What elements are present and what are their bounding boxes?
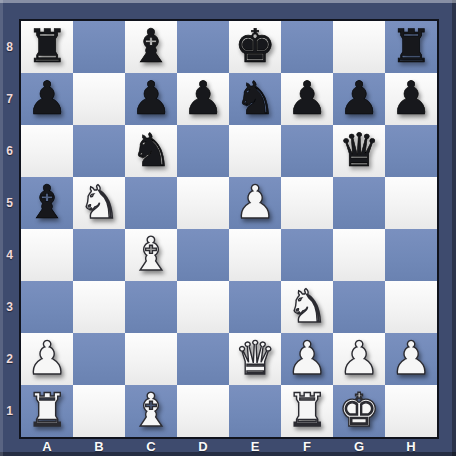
square-f6[interactable] bbox=[281, 125, 333, 177]
square-c6[interactable]: ♞ bbox=[125, 125, 177, 177]
square-g1[interactable]: ♚ bbox=[333, 385, 385, 437]
chess-board: ♜♝♚♜♟♟♟♞♟♟♟♞♛♝♞♟♝♞♟♛♟♟♟♜♝♜♚ bbox=[19, 19, 439, 439]
file-label-c: C bbox=[125, 439, 177, 456]
square-e1[interactable] bbox=[229, 385, 281, 437]
square-g8[interactable] bbox=[333, 21, 385, 73]
piece-white-pawn[interactable]: ♟ bbox=[229, 177, 281, 229]
square-e2[interactable]: ♛ bbox=[229, 333, 281, 385]
square-d6[interactable] bbox=[177, 125, 229, 177]
square-a5[interactable]: ♝ bbox=[21, 177, 73, 229]
square-h4[interactable] bbox=[385, 229, 437, 281]
rank-label-7: 7 bbox=[0, 73, 19, 125]
file-label-b: B bbox=[73, 439, 125, 456]
square-d7[interactable]: ♟ bbox=[177, 73, 229, 125]
square-d2[interactable] bbox=[177, 333, 229, 385]
square-c1[interactable]: ♝ bbox=[125, 385, 177, 437]
square-c3[interactable] bbox=[125, 281, 177, 333]
square-a7[interactable]: ♟ bbox=[21, 73, 73, 125]
square-b4[interactable] bbox=[73, 229, 125, 281]
piece-black-queen[interactable]: ♛ bbox=[333, 125, 385, 177]
square-e6[interactable] bbox=[229, 125, 281, 177]
piece-white-king[interactable]: ♚ bbox=[333, 385, 385, 437]
square-f1[interactable]: ♜ bbox=[281, 385, 333, 437]
square-b5[interactable]: ♞ bbox=[73, 177, 125, 229]
square-c4[interactable]: ♝ bbox=[125, 229, 177, 281]
rank-label-4: 4 bbox=[0, 229, 19, 281]
square-h8[interactable]: ♜ bbox=[385, 21, 437, 73]
square-f4[interactable] bbox=[281, 229, 333, 281]
piece-black-knight[interactable]: ♞ bbox=[125, 125, 177, 177]
square-d3[interactable] bbox=[177, 281, 229, 333]
square-b2[interactable] bbox=[73, 333, 125, 385]
square-c5[interactable] bbox=[125, 177, 177, 229]
piece-black-pawn[interactable]: ♟ bbox=[125, 73, 177, 125]
piece-white-bishop[interactable]: ♝ bbox=[125, 385, 177, 437]
file-label-e: E bbox=[229, 439, 281, 456]
piece-black-pawn[interactable]: ♟ bbox=[21, 73, 73, 125]
square-h1[interactable] bbox=[385, 385, 437, 437]
square-g3[interactable] bbox=[333, 281, 385, 333]
square-f8[interactable] bbox=[281, 21, 333, 73]
square-h3[interactable] bbox=[385, 281, 437, 333]
square-c7[interactable]: ♟ bbox=[125, 73, 177, 125]
square-c2[interactable] bbox=[125, 333, 177, 385]
piece-white-pawn[interactable]: ♟ bbox=[385, 333, 437, 385]
file-label-f: F bbox=[281, 439, 333, 456]
square-e5[interactable]: ♟ bbox=[229, 177, 281, 229]
square-g6[interactable]: ♛ bbox=[333, 125, 385, 177]
piece-white-knight[interactable]: ♞ bbox=[281, 281, 333, 333]
square-b6[interactable] bbox=[73, 125, 125, 177]
square-b8[interactable] bbox=[73, 21, 125, 73]
square-g7[interactable]: ♟ bbox=[333, 73, 385, 125]
rank-label-1: 1 bbox=[0, 385, 19, 437]
rank-label-2: 2 bbox=[0, 333, 19, 385]
piece-black-knight[interactable]: ♞ bbox=[229, 73, 281, 125]
square-f7[interactable]: ♟ bbox=[281, 73, 333, 125]
square-h6[interactable] bbox=[385, 125, 437, 177]
piece-black-pawn[interactable]: ♟ bbox=[385, 73, 437, 125]
piece-white-rook[interactable]: ♜ bbox=[21, 385, 73, 437]
file-label-g: G bbox=[333, 439, 385, 456]
piece-black-pawn[interactable]: ♟ bbox=[333, 73, 385, 125]
square-a4[interactable] bbox=[21, 229, 73, 281]
piece-black-bishop[interactable]: ♝ bbox=[125, 21, 177, 73]
piece-black-pawn[interactable]: ♟ bbox=[281, 73, 333, 125]
square-f3[interactable]: ♞ bbox=[281, 281, 333, 333]
file-label-a: A bbox=[21, 439, 73, 456]
square-e4[interactable] bbox=[229, 229, 281, 281]
piece-white-bishop[interactable]: ♝ bbox=[125, 229, 177, 281]
rank-label-3: 3 bbox=[0, 281, 19, 333]
square-h5[interactable] bbox=[385, 177, 437, 229]
square-a6[interactable] bbox=[21, 125, 73, 177]
chess-board-frame: ♜♝♚♜♟♟♟♞♟♟♟♞♛♝♞♟♝♞♟♛♟♟♟♜♝♜♚ 87654321 ABC… bbox=[0, 0, 456, 456]
square-g2[interactable]: ♟ bbox=[333, 333, 385, 385]
square-f2[interactable]: ♟ bbox=[281, 333, 333, 385]
square-g4[interactable] bbox=[333, 229, 385, 281]
rank-label-6: 6 bbox=[0, 125, 19, 177]
square-a2[interactable]: ♟ bbox=[21, 333, 73, 385]
piece-black-rook[interactable]: ♜ bbox=[385, 21, 437, 73]
square-a3[interactable] bbox=[21, 281, 73, 333]
piece-black-rook[interactable]: ♜ bbox=[21, 21, 73, 73]
square-a1[interactable]: ♜ bbox=[21, 385, 73, 437]
square-b7[interactable] bbox=[73, 73, 125, 125]
square-g5[interactable] bbox=[333, 177, 385, 229]
square-b1[interactable] bbox=[73, 385, 125, 437]
piece-white-rook[interactable]: ♜ bbox=[281, 385, 333, 437]
square-h2[interactable]: ♟ bbox=[385, 333, 437, 385]
square-d4[interactable] bbox=[177, 229, 229, 281]
square-e8[interactable]: ♚ bbox=[229, 21, 281, 73]
rank-label-5: 5 bbox=[0, 177, 19, 229]
piece-black-bishop[interactable]: ♝ bbox=[21, 177, 73, 229]
square-f5[interactable] bbox=[281, 177, 333, 229]
square-h7[interactable]: ♟ bbox=[385, 73, 437, 125]
square-d5[interactable] bbox=[177, 177, 229, 229]
piece-white-pawn[interactable]: ♟ bbox=[21, 333, 73, 385]
piece-black-king[interactable]: ♚ bbox=[229, 21, 281, 73]
piece-black-pawn[interactable]: ♟ bbox=[177, 73, 229, 125]
square-d1[interactable] bbox=[177, 385, 229, 437]
square-b3[interactable] bbox=[73, 281, 125, 333]
piece-white-pawn[interactable]: ♟ bbox=[281, 333, 333, 385]
square-c8[interactable]: ♝ bbox=[125, 21, 177, 73]
piece-white-pawn[interactable]: ♟ bbox=[333, 333, 385, 385]
file-label-d: D bbox=[177, 439, 229, 456]
piece-white-knight[interactable]: ♞ bbox=[73, 177, 125, 229]
square-d8[interactable] bbox=[177, 21, 229, 73]
piece-white-queen[interactable]: ♛ bbox=[229, 333, 281, 385]
file-label-h: H bbox=[385, 439, 437, 456]
square-e7[interactable]: ♞ bbox=[229, 73, 281, 125]
square-e3[interactable] bbox=[229, 281, 281, 333]
square-a8[interactable]: ♜ bbox=[21, 21, 73, 73]
rank-label-8: 8 bbox=[0, 21, 19, 73]
